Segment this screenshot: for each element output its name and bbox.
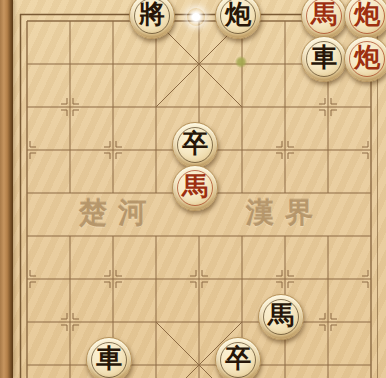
piece-character: 將 <box>139 2 165 28</box>
piece-character: 炮 <box>225 2 251 28</box>
piece-character: 馬 <box>268 303 294 329</box>
piece-character: 車 <box>311 45 337 71</box>
black-horse-piece[interactable]: 馬 <box>258 294 304 340</box>
red-cannon-piece[interactable]: 炮 <box>344 36 386 82</box>
piece-character: 馬 <box>182 174 208 200</box>
black-cannon-piece[interactable]: 炮 <box>215 0 261 39</box>
xiangqi-board-screen: 楚河 漢界 將炮馬炮車炮卒馬馬車卒 <box>0 0 386 378</box>
piece-character: 卒 <box>225 346 251 372</box>
black-chariot-piece[interactable]: 車 <box>86 337 132 378</box>
piece-character: 車 <box>96 346 122 372</box>
black-soldier-piece[interactable]: 卒 <box>215 337 261 378</box>
piece-character: 炮 <box>354 2 380 28</box>
black-chariot-piece[interactable]: 車 <box>301 36 347 82</box>
red-horse-piece[interactable]: 馬 <box>301 0 347 39</box>
black-soldier-piece[interactable]: 卒 <box>172 122 218 168</box>
board-grid[interactable]: 將炮馬炮車炮卒馬馬車卒 <box>6 0 386 378</box>
piece-character: 馬 <box>311 2 337 28</box>
piece-character: 炮 <box>354 45 380 71</box>
red-horse-piece[interactable]: 馬 <box>172 165 218 211</box>
green-dot-indicator <box>235 56 247 68</box>
black-general-piece[interactable]: 將 <box>129 0 175 39</box>
piece-character: 卒 <box>182 131 208 157</box>
white-sparkle-indicator <box>187 8 205 26</box>
red-cannon-piece[interactable]: 炮 <box>344 0 386 39</box>
